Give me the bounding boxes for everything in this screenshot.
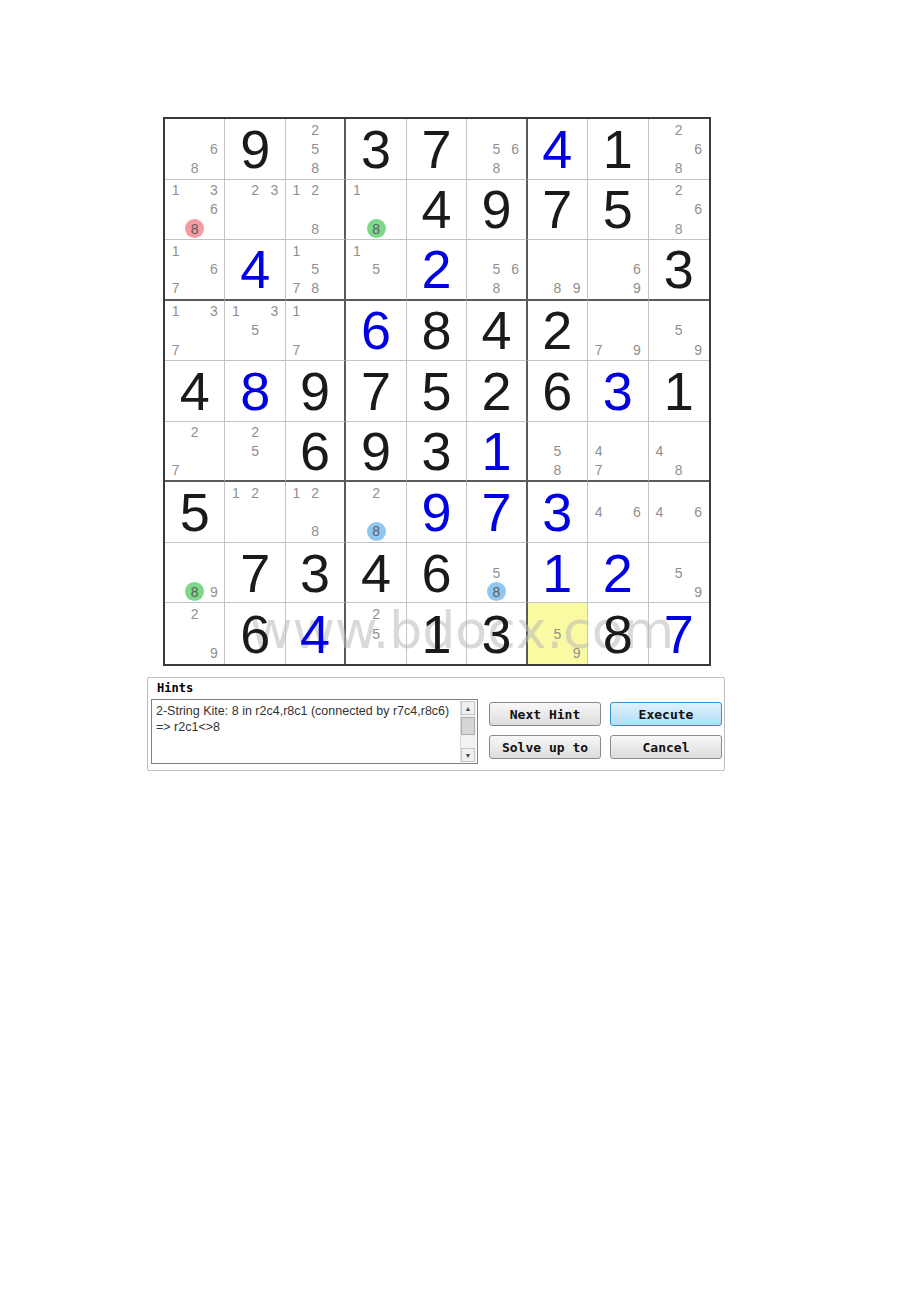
- candidate-1[interactable]: 1: [353, 183, 361, 197]
- candidate-pos-6: 6: [506, 260, 525, 279]
- candidate-pos-8: 8: [185, 219, 204, 238]
- candidate-pos-7: 7: [287, 279, 306, 298]
- cell-r5c1[interactable]: 4: [165, 361, 225, 422]
- candidate-pos-2: 2: [366, 604, 385, 624]
- candidate-9[interactable]: 9: [573, 646, 581, 660]
- candidate-8[interactable]: 8: [675, 222, 683, 236]
- cell-r3c1[interactable]: 167: [165, 240, 225, 301]
- candidate-pos-3: [567, 241, 586, 260]
- candidate-pos-1: [226, 181, 245, 200]
- cell-r1c6[interactable]: 568: [467, 119, 527, 180]
- candidate-8[interactable]: 8: [311, 524, 319, 538]
- candidate-pos-7: [650, 219, 669, 238]
- candidate-8[interactable]: 8: [311, 161, 319, 175]
- cell-r8c6[interactable]: 58: [467, 543, 527, 604]
- candidate-pos-2: [669, 483, 688, 502]
- cell-r6c2[interactable]: 25: [225, 422, 285, 483]
- cell-r6c5[interactable]: 3: [407, 422, 467, 483]
- candidate-pos-8: [246, 219, 265, 238]
- cell-r6c3[interactable]: 6: [286, 422, 346, 483]
- candidate-5[interactable]: 5: [553, 444, 561, 458]
- candidate-2[interactable]: 2: [251, 425, 259, 439]
- candidate-pos-4: [166, 260, 185, 279]
- candidate-5[interactable]: 5: [675, 566, 683, 580]
- candidate-6[interactable]: 6: [633, 505, 641, 519]
- cell-r4c3[interactable]: 17: [286, 301, 346, 362]
- candidate-9[interactable]: 9: [633, 343, 641, 357]
- candidate-8[interactable]: 8: [493, 161, 501, 175]
- candidate-1[interactable]: 1: [292, 486, 300, 500]
- candidate-pos-5: 5: [246, 321, 265, 340]
- cell-r5c8[interactable]: 3: [588, 361, 648, 422]
- cell-r1c7[interactable]: 4: [528, 119, 588, 180]
- candidate-pos-4: [166, 139, 185, 158]
- candidate-2[interactable]: 2: [191, 607, 199, 621]
- given-digit: 3: [361, 122, 391, 176]
- cell-r3c6[interactable]: 568: [467, 240, 527, 301]
- candidate-pos-9: [689, 219, 708, 238]
- scroll-down-icon[interactable]: ▼: [461, 748, 475, 762]
- candidate-1[interactable]: 1: [172, 304, 180, 318]
- cell-r1c1[interactable]: 68: [165, 119, 225, 180]
- cell-r4c8[interactable]: 79: [588, 301, 648, 362]
- candidate-pos-6: [265, 200, 284, 219]
- candidate-pos-5: 5: [487, 139, 506, 158]
- candidate-3[interactable]: 3: [270, 183, 278, 197]
- candidate-6[interactable]: 6: [511, 142, 519, 156]
- given-digit: 9: [240, 122, 270, 176]
- candidate-pos-2: [608, 302, 627, 321]
- candidate-pos-5: [669, 442, 688, 461]
- cell-r6c8[interactable]: 47: [588, 422, 648, 483]
- candidate-8[interactable]: 8: [311, 222, 319, 236]
- cell-r4c2[interactable]: 135: [225, 301, 285, 362]
- candidate-1[interactable]: 1: [232, 486, 240, 500]
- candidate-pos-6: [204, 321, 223, 340]
- cell-r2c6[interactable]: 9: [467, 180, 527, 241]
- cell-r2c7[interactable]: 7: [528, 180, 588, 241]
- candidate-4[interactable]: 4: [655, 505, 663, 519]
- candidate-1[interactable]: 1: [172, 244, 180, 258]
- candidate-pos-8: [185, 279, 204, 298]
- cell-r6c6[interactable]: 1: [467, 422, 527, 483]
- cell-r7c4[interactable]: 28: [346, 482, 406, 543]
- candidate-pos-7: [529, 643, 548, 663]
- candidate-2[interactable]: 2: [251, 486, 259, 500]
- candidate-pos-2: [366, 241, 385, 260]
- candidate-pos-1: 1: [287, 483, 306, 502]
- candidate-6[interactable]: 6: [633, 262, 641, 276]
- cell-r5c7[interactable]: 6: [528, 361, 588, 422]
- cell-r7c6[interactable]: 7: [467, 482, 527, 543]
- cell-r9c1[interactable]: 29: [165, 603, 225, 664]
- cell-r7c8[interactable]: 46: [588, 482, 648, 543]
- candidate-pos-9: [325, 279, 344, 298]
- candidate-5[interactable]: 5: [493, 262, 501, 276]
- given-digit: 7: [542, 182, 572, 236]
- candidate-pos-1: [589, 302, 608, 321]
- candidate-6[interactable]: 6: [694, 142, 702, 156]
- cell-r4c4[interactable]: 6: [346, 301, 406, 362]
- candidate-8[interactable]: 8: [675, 161, 683, 175]
- candidate-6[interactable]: 6: [210, 202, 218, 216]
- candidate-2[interactable]: 2: [251, 183, 259, 197]
- cell-r2c4[interactable]: 18: [346, 180, 406, 241]
- cell-r7c1[interactable]: 5: [165, 482, 225, 543]
- candidate-pos-4: [347, 503, 366, 522]
- solved-digit: 2: [603, 546, 633, 600]
- candidate-8-highlight-blue[interactable]: 8: [367, 522, 386, 541]
- candidate-pos-2: 2: [306, 120, 325, 139]
- candidate-3[interactable]: 3: [270, 304, 278, 318]
- candidate-5[interactable]: 5: [493, 566, 501, 580]
- candidate-9[interactable]: 9: [694, 585, 702, 599]
- candidate-pos-3: [506, 120, 525, 139]
- cell-r8c3[interactable]: 3: [286, 543, 346, 604]
- candidate-pos-7: [468, 279, 487, 298]
- candidate-pos-5: 5: [669, 321, 688, 340]
- candidate-6[interactable]: 6: [694, 505, 702, 519]
- cell-r2c8[interactable]: 5: [588, 180, 648, 241]
- candidate-pos-5: 5: [366, 260, 385, 279]
- candidate-pos-6: [325, 260, 344, 279]
- candidate-9[interactable]: 9: [633, 281, 641, 295]
- hint-scrollbar[interactable]: ▲ ▼: [460, 701, 476, 762]
- candidate-pos-9: [386, 219, 405, 238]
- given-digit: 3: [300, 546, 330, 600]
- candidate-8[interactable]: 8: [675, 463, 683, 477]
- cell-r9c4[interactable]: 25: [346, 603, 406, 664]
- cell-r8c1[interactable]: 89: [165, 543, 225, 604]
- candidate-5[interactable]: 5: [311, 142, 319, 156]
- candidate-grid: 128: [287, 483, 343, 541]
- candidate-1[interactable]: 1: [172, 183, 180, 197]
- candidate-2[interactable]: 2: [675, 183, 683, 197]
- given-digit: 9: [361, 424, 391, 478]
- candidate-grid: 59: [529, 604, 586, 663]
- candidate-1[interactable]: 1: [292, 244, 300, 258]
- candidate-pos-9: [325, 219, 344, 238]
- candidate-6[interactable]: 6: [511, 262, 519, 276]
- candidate-6[interactable]: 6: [210, 142, 218, 156]
- candidate-3[interactable]: 3: [210, 183, 218, 197]
- candidate-8[interactable]: 8: [191, 161, 199, 175]
- candidate-2[interactable]: 2: [372, 486, 380, 500]
- candidate-pos-1: [650, 483, 669, 502]
- candidate-9[interactable]: 9: [210, 646, 218, 660]
- cell-r6c4[interactable]: 9: [346, 422, 406, 483]
- cell-r1c3[interactable]: 258: [286, 119, 346, 180]
- candidate-pos-2: [608, 483, 627, 502]
- candidate-8[interactable]: 8: [311, 281, 319, 295]
- cell-r8c9[interactable]: 59: [649, 543, 709, 604]
- candidate-pos-6: 6: [204, 260, 223, 279]
- candidate-pos-2: 2: [366, 483, 385, 502]
- candidate-pos-3: [689, 302, 708, 321]
- candidate-grid: 1578: [287, 241, 343, 298]
- candidate-4[interactable]: 4: [595, 444, 603, 458]
- candidate-8[interactable]: 8: [493, 281, 501, 295]
- cell-r3c5[interactable]: 2: [407, 240, 467, 301]
- cell-r9c9[interactable]: 7: [649, 603, 709, 664]
- cell-r9c7[interactable]: 59: [528, 603, 588, 664]
- cell-r6c7[interactable]: 58: [528, 422, 588, 483]
- cell-r2c3[interactable]: 128: [286, 180, 346, 241]
- candidate-grid: 15: [347, 241, 404, 298]
- candidate-pos-2: [548, 423, 567, 442]
- candidate-pos-1: 1: [347, 241, 366, 260]
- candidate-2[interactable]: 2: [311, 486, 319, 500]
- candidate-5[interactable]: 5: [372, 627, 380, 641]
- cell-r7c7[interactable]: 3: [528, 482, 588, 543]
- candidate-pos-8: 8: [487, 582, 506, 601]
- candidate-pos-8: 8: [185, 158, 204, 177]
- candidate-pos-5: 5: [548, 624, 567, 644]
- candidate-pos-2: [185, 120, 204, 139]
- candidate-9[interactable]: 9: [694, 343, 702, 357]
- cell-r3c9[interactable]: 3: [649, 240, 709, 301]
- candidate-pos-8: [306, 340, 325, 359]
- candidate-pos-8: 8: [548, 460, 567, 479]
- candidate-2[interactable]: 2: [372, 607, 380, 621]
- cell-r9c8[interactable]: 8: [588, 603, 648, 664]
- cell-r1c8[interactable]: 1: [588, 119, 648, 180]
- cell-r4c1[interactable]: 137: [165, 301, 225, 362]
- cell-r8c7[interactable]: 1: [528, 543, 588, 604]
- candidate-pos-8: 8: [366, 522, 385, 541]
- candidate-pos-5: [548, 260, 567, 279]
- cell-r3c3[interactable]: 1578: [286, 240, 346, 301]
- candidate-pos-1: [589, 423, 608, 442]
- candidate-pos-8: [185, 460, 204, 479]
- candidate-5[interactable]: 5: [372, 262, 380, 276]
- candidate-pos-4: [166, 321, 185, 340]
- candidate-pos-7: [529, 460, 548, 479]
- candidate-7[interactable]: 7: [595, 463, 603, 477]
- candidate-grid: 568: [468, 120, 524, 178]
- candidate-2[interactable]: 2: [675, 123, 683, 137]
- candidate-pos-8: [366, 643, 385, 663]
- cell-r5c4[interactable]: 7: [346, 361, 406, 422]
- candidate-pos-3: [204, 120, 223, 139]
- candidate-pos-5: 5: [669, 563, 688, 582]
- candidate-pos-7: 7: [589, 460, 608, 479]
- candidate-pos-2: [608, 241, 627, 260]
- candidate-8-highlight-blue[interactable]: 8: [487, 582, 506, 601]
- candidate-9[interactable]: 9: [210, 585, 218, 599]
- candidate-pos-9: [204, 158, 223, 177]
- candidate-9[interactable]: 9: [573, 281, 581, 295]
- scroll-up-icon[interactable]: ▲: [461, 701, 475, 715]
- candidate-pos-9: [386, 643, 405, 663]
- cell-r8c8[interactable]: 2: [588, 543, 648, 604]
- candidate-pos-9: [204, 340, 223, 359]
- cell-r9c5[interactable]: 1: [407, 603, 467, 664]
- cell-r5c9[interactable]: 1: [649, 361, 709, 422]
- candidate-pos-6: 6: [627, 260, 646, 279]
- cell-r5c2[interactable]: 8: [225, 361, 285, 422]
- candidate-1[interactable]: 1: [232, 304, 240, 318]
- cell-r5c5[interactable]: 5: [407, 361, 467, 422]
- cell-r9c3[interactable]: 4: [286, 603, 346, 664]
- candidate-3[interactable]: 3: [210, 304, 218, 318]
- candidate-pos-1: [650, 423, 669, 442]
- cell-r1c5[interactable]: 7: [407, 119, 467, 180]
- cell-r5c3[interactable]: 9: [286, 361, 346, 422]
- candidate-1[interactable]: 1: [292, 304, 300, 318]
- candidate-pos-2: [185, 181, 204, 200]
- cell-r5c6[interactable]: 2: [467, 361, 527, 422]
- hint-textarea[interactable]: 2-String Kite: 8 in r2c4,r8c1 (connected…: [151, 699, 478, 764]
- candidate-pos-8: [185, 643, 204, 663]
- candidate-pos-2: [185, 241, 204, 260]
- solved-digit: 7: [481, 485, 511, 539]
- candidate-pos-9: [325, 340, 344, 359]
- cancel-button[interactable]: Cancel: [610, 735, 722, 759]
- candidate-grid: 58: [468, 544, 524, 602]
- candidate-8[interactable]: 8: [553, 463, 561, 477]
- candidate-pos-3: 3: [204, 302, 223, 321]
- cell-r1c4[interactable]: 3: [346, 119, 406, 180]
- candidate-7[interactable]: 7: [595, 343, 603, 357]
- cell-r3c7[interactable]: 89: [528, 240, 588, 301]
- candidate-pos-4: [650, 139, 669, 158]
- scrollbar-thumb[interactable]: [461, 717, 475, 735]
- cell-r1c2[interactable]: 9: [225, 119, 285, 180]
- cell-r3c2[interactable]: 4: [225, 240, 285, 301]
- candidate-7[interactable]: 7: [172, 463, 180, 477]
- candidate-pos-5: [306, 321, 325, 340]
- candidate-pos-2: [669, 423, 688, 442]
- candidate-pos-4: [468, 563, 487, 582]
- candidate-pos-2: [548, 604, 567, 624]
- cell-r8c2[interactable]: 7: [225, 543, 285, 604]
- candidate-pos-5: [185, 624, 204, 644]
- candidate-8-highlight-red[interactable]: 8: [185, 219, 204, 238]
- candidate-4[interactable]: 4: [655, 444, 663, 458]
- candidate-pos-3: [689, 181, 708, 200]
- candidate-7[interactable]: 7: [292, 281, 300, 295]
- cell-r3c8[interactable]: 69: [588, 240, 648, 301]
- candidate-pos-2: [487, 241, 506, 260]
- candidate-grid: 25: [347, 604, 404, 663]
- candidate-pos-8: [246, 522, 265, 541]
- candidate-pos-8: 8: [487, 158, 506, 177]
- candidate-pos-3: [325, 181, 344, 200]
- candidate-pos-2: 2: [185, 604, 204, 624]
- candidate-pos-4: [347, 200, 366, 219]
- cell-r4c9[interactable]: 59: [649, 301, 709, 362]
- candidate-pos-3: 3: [204, 181, 223, 200]
- given-digit: 4: [421, 182, 451, 236]
- candidate-5[interactable]: 5: [675, 323, 683, 337]
- cell-r4c6[interactable]: 4: [467, 301, 527, 362]
- candidate-5[interactable]: 5: [493, 142, 501, 156]
- cell-r2c5[interactable]: 4: [407, 180, 467, 241]
- candidate-pos-2: 2: [185, 423, 204, 442]
- cell-r9c2[interactable]: 6: [225, 603, 285, 664]
- candidate-6[interactable]: 6: [210, 262, 218, 276]
- candidate-pos-3: [386, 241, 405, 260]
- given-digit: 6: [300, 424, 330, 478]
- cell-r7c5[interactable]: 9: [407, 482, 467, 543]
- candidate-pos-5: [608, 503, 627, 522]
- candidate-pos-4: [287, 200, 306, 219]
- candidate-pos-6: 6: [204, 139, 223, 158]
- candidate-pos-9: 9: [689, 340, 708, 359]
- cell-r8c5[interactable]: 6: [407, 543, 467, 604]
- candidate-pos-6: [325, 200, 344, 219]
- candidate-pos-5: [669, 139, 688, 158]
- candidate-7[interactable]: 7: [172, 343, 180, 357]
- candidate-pos-7: 7: [166, 279, 185, 298]
- candidate-5[interactable]: 5: [553, 627, 561, 641]
- candidate-2[interactable]: 2: [311, 123, 319, 137]
- candidate-pos-9: [689, 460, 708, 479]
- candidate-4[interactable]: 4: [595, 505, 603, 519]
- cell-r6c1[interactable]: 27: [165, 422, 225, 483]
- cell-r4c7[interactable]: 2: [528, 301, 588, 362]
- candidate-pos-2: [487, 120, 506, 139]
- cell-r7c2[interactable]: 12: [225, 482, 285, 543]
- candidate-5[interactable]: 5: [311, 262, 319, 276]
- candidate-pos-4: [287, 503, 306, 522]
- candidate-8[interactable]: 8: [553, 281, 561, 295]
- candidate-7[interactable]: 7: [172, 281, 180, 295]
- candidate-pos-5: [669, 200, 688, 219]
- candidate-pos-7: [226, 522, 245, 541]
- cell-r2c1[interactable]: 1368: [165, 180, 225, 241]
- candidate-pos-3: [567, 604, 586, 624]
- given-digit: 4: [180, 364, 210, 418]
- candidate-5[interactable]: 5: [251, 323, 259, 337]
- cell-r6c9[interactable]: 48: [649, 422, 709, 483]
- candidate-pos-4: [287, 321, 306, 340]
- candidate-pos-9: [204, 279, 223, 298]
- candidate-pos-3: [689, 120, 708, 139]
- candidate-5[interactable]: 5: [251, 444, 259, 458]
- cell-r9c6[interactable]: 3: [467, 603, 527, 664]
- candidate-2[interactable]: 2: [311, 183, 319, 197]
- candidate-1[interactable]: 1: [292, 183, 300, 197]
- candidate-pos-3: [627, 302, 646, 321]
- cell-r4c5[interactable]: 8: [407, 301, 467, 362]
- candidate-8-highlight-green[interactable]: 8: [367, 219, 386, 238]
- cell-r2c2[interactable]: 23: [225, 180, 285, 241]
- cell-r1c9[interactable]: 268: [649, 119, 709, 180]
- candidate-1[interactable]: 1: [353, 244, 361, 258]
- candidate-grid: 12: [226, 483, 283, 541]
- candidate-7[interactable]: 7: [292, 343, 300, 357]
- cell-r3c4[interactable]: 15: [346, 240, 406, 301]
- candidate-pos-8: [669, 340, 688, 359]
- solve-up-to-button[interactable]: Solve up to: [489, 735, 601, 759]
- candidate-pos-3: [204, 241, 223, 260]
- candidate-pos-2: [185, 302, 204, 321]
- cell-r7c9[interactable]: 46: [649, 482, 709, 543]
- next-hint-button[interactable]: Next Hint: [489, 702, 601, 726]
- candidate-8-highlight-green[interactable]: 8: [185, 582, 204, 601]
- candidate-pos-9: [689, 158, 708, 177]
- candidate-6[interactable]: 6: [694, 202, 702, 216]
- candidate-pos-8: [246, 460, 265, 479]
- candidate-grid: 69: [589, 241, 646, 298]
- cell-r2c9[interactable]: 268: [649, 180, 709, 241]
- execute-button[interactable]: Execute: [610, 702, 722, 726]
- cell-r8c4[interactable]: 4: [346, 543, 406, 604]
- cell-r7c3[interactable]: 128: [286, 482, 346, 543]
- candidate-2[interactable]: 2: [191, 425, 199, 439]
